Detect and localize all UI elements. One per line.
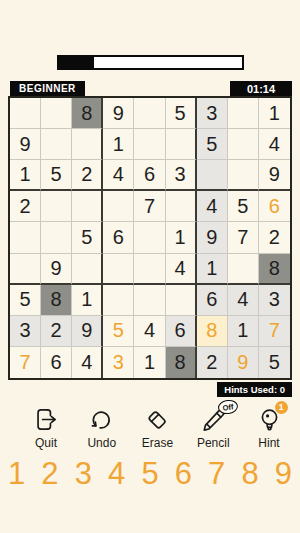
cell-r8c2[interactable]: 2 <box>41 316 72 347</box>
numpad-7[interactable]: 7 <box>208 456 225 492</box>
cell-r8c9[interactable]: 7 <box>259 316 290 347</box>
cell-r1c8[interactable] <box>228 98 259 129</box>
cell-r8c1[interactable]: 3 <box>10 316 41 347</box>
cell-r4c9[interactable]: 6 <box>259 191 290 222</box>
cell-r9c3[interactable]: 4 <box>72 347 103 378</box>
undo-icon <box>88 406 115 433</box>
progress-fill <box>59 57 94 68</box>
cell-r2c4[interactable]: 1 <box>103 129 134 160</box>
timer-badge: 01:14 <box>230 81 292 96</box>
sudoku-board: 8953191541524639274565619729418581643329… <box>8 96 292 380</box>
cell-r3c5[interactable]: 6 <box>134 160 165 191</box>
cell-r8c4[interactable]: 5 <box>103 316 134 347</box>
cell-r7c1[interactable]: 5 <box>10 285 41 316</box>
numpad-3[interactable]: 3 <box>75 456 92 492</box>
numpad-1[interactable]: 1 <box>8 456 25 492</box>
cell-r6c9[interactable]: 8 <box>259 254 290 285</box>
cell-r6c4[interactable] <box>103 254 134 285</box>
numberpad: 123456789 <box>0 456 300 492</box>
undo-button[interactable]: Undo <box>79 406 125 450</box>
numpad-2[interactable]: 2 <box>41 456 58 492</box>
cell-r2c1[interactable]: 9 <box>10 129 41 160</box>
cell-r4c2[interactable] <box>41 191 72 222</box>
quit-label: Quit <box>35 436 57 450</box>
cell-r5c4[interactable]: 6 <box>103 222 134 253</box>
hint-count-badge: 1 <box>275 401 288 414</box>
lightbulb-icon: 1 <box>256 406 283 433</box>
cell-r3c9[interactable]: 9 <box>259 160 290 191</box>
cell-r7c4[interactable] <box>103 285 134 316</box>
cell-r8c3[interactable]: 9 <box>72 316 103 347</box>
cell-r9c9[interactable]: 5 <box>259 347 290 378</box>
cell-r6c3[interactable] <box>72 254 103 285</box>
hints-used-badge: Hints Used: 0 <box>217 382 292 397</box>
cell-r1c3[interactable]: 8 <box>72 98 103 129</box>
cell-r9c8[interactable]: 9 <box>228 347 259 378</box>
cell-r8c7[interactable]: 8 <box>197 316 228 347</box>
cell-r7c2[interactable]: 8 <box>41 285 72 316</box>
cell-r6c6[interactable]: 4 <box>166 254 197 285</box>
pencil-button[interactable]: Off Pencil <box>190 406 236 450</box>
cell-r1c6[interactable]: 5 <box>166 98 197 129</box>
cell-r2c7[interactable]: 5 <box>197 129 228 160</box>
cell-r1c7[interactable]: 3 <box>197 98 228 129</box>
cell-r5c3[interactable]: 5 <box>72 222 103 253</box>
hint-label: Hint <box>258 436 279 450</box>
cell-r4c4[interactable] <box>103 191 134 222</box>
cell-r8c5[interactable]: 4 <box>134 316 165 347</box>
quit-button[interactable]: Quit <box>23 406 69 450</box>
pencil-label: Pencil <box>197 436 230 450</box>
cell-r2c8[interactable] <box>228 129 259 160</box>
cell-r6c8[interactable] <box>228 254 259 285</box>
cell-r7c3[interactable]: 1 <box>72 285 103 316</box>
cell-r9c4[interactable]: 3 <box>103 347 134 378</box>
cell-r3c6[interactable]: 3 <box>166 160 197 191</box>
difficulty-badge: BEGINNER <box>10 81 85 96</box>
cell-r7c6[interactable] <box>166 285 197 316</box>
cell-r1c4[interactable]: 9 <box>103 98 134 129</box>
cell-r4c1[interactable]: 2 <box>10 191 41 222</box>
sudoku-app: BEGINNER 01:14 8953191541524639274565619… <box>0 0 300 533</box>
cell-r7c7[interactable]: 6 <box>197 285 228 316</box>
cell-r6c2[interactable]: 9 <box>41 254 72 285</box>
cell-r7c5[interactable] <box>134 285 165 316</box>
pencil-icon: Off <box>200 406 227 433</box>
cell-r5c2[interactable] <box>41 222 72 253</box>
cell-r5c5[interactable] <box>134 222 165 253</box>
cell-r3c4[interactable]: 4 <box>103 160 134 191</box>
eraser-icon <box>144 406 171 433</box>
cell-r3c8[interactable] <box>228 160 259 191</box>
cell-r9c7[interactable]: 2 <box>197 347 228 378</box>
cell-r6c5[interactable] <box>134 254 165 285</box>
cell-r9c6[interactable]: 8 <box>166 347 197 378</box>
cell-r4c6[interactable] <box>166 191 197 222</box>
cell-r9c5[interactable]: 1 <box>134 347 165 378</box>
numpad-4[interactable]: 4 <box>108 456 125 492</box>
erase-button[interactable]: Erase <box>135 406 181 450</box>
cell-r3c3[interactable]: 2 <box>72 160 103 191</box>
numpad-9[interactable]: 9 <box>275 456 292 492</box>
cell-r1c1[interactable] <box>10 98 41 129</box>
cell-r3c2[interactable]: 5 <box>41 160 72 191</box>
hint-button[interactable]: 1 Hint <box>246 406 292 450</box>
cell-r5c6[interactable]: 1 <box>166 222 197 253</box>
numpad-5[interactable]: 5 <box>141 456 158 492</box>
cell-r2c2[interactable] <box>41 129 72 160</box>
cell-r9c2[interactable]: 6 <box>41 347 72 378</box>
cell-r5c9[interactable]: 2 <box>259 222 290 253</box>
cell-r7c8[interactable]: 4 <box>228 285 259 316</box>
cell-r6c1[interactable] <box>10 254 41 285</box>
cell-r2c6[interactable] <box>166 129 197 160</box>
progress-bar <box>57 55 244 70</box>
cell-r2c3[interactable] <box>72 129 103 160</box>
cell-r1c5[interactable] <box>134 98 165 129</box>
cell-r5c7[interactable]: 9 <box>197 222 228 253</box>
cell-r4c7[interactable]: 4 <box>197 191 228 222</box>
quit-icon <box>33 406 60 433</box>
numpad-6[interactable]: 6 <box>175 456 192 492</box>
cell-r9c1[interactable]: 7 <box>10 347 41 378</box>
cell-r4c3[interactable] <box>72 191 103 222</box>
cell-r6c7[interactable]: 1 <box>197 254 228 285</box>
undo-label: Undo <box>87 436 116 450</box>
cell-r5c1[interactable] <box>10 222 41 253</box>
cell-r8c8[interactable]: 1 <box>228 316 259 347</box>
numpad-8[interactable]: 8 <box>241 456 258 492</box>
cell-r8c6[interactable]: 6 <box>166 316 197 347</box>
cell-r2c9[interactable]: 4 <box>259 129 290 160</box>
cell-r4c5[interactable]: 7 <box>134 191 165 222</box>
cell-r7c9[interactable]: 3 <box>259 285 290 316</box>
cell-r3c7[interactable] <box>197 160 228 191</box>
cell-r5c8[interactable]: 7 <box>228 222 259 253</box>
cell-r2c5[interactable] <box>134 129 165 160</box>
cell-r4c8[interactable]: 5 <box>228 191 259 222</box>
erase-label: Erase <box>142 436 173 450</box>
cell-r1c2[interactable] <box>41 98 72 129</box>
cell-r1c9[interactable]: 1 <box>259 98 290 129</box>
cell-r3c1[interactable]: 1 <box>10 160 41 191</box>
toolbar: Quit Undo Erase <box>0 406 300 450</box>
